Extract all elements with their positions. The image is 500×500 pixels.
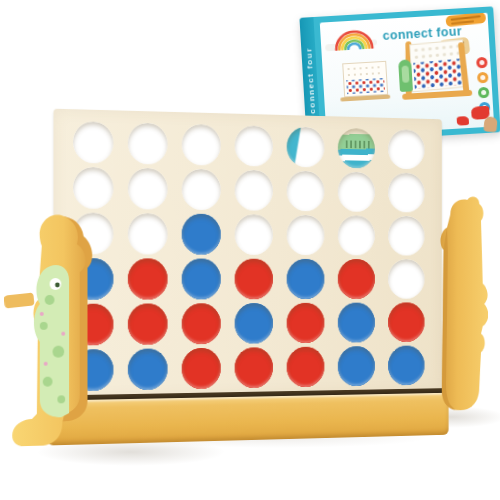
cell-r3c5 bbox=[279, 213, 330, 257]
cell-r1c7 bbox=[381, 127, 431, 171]
blue-disc-glyph: ● bbox=[234, 303, 272, 344]
empty-hole bbox=[72, 167, 113, 209]
empty-hole bbox=[337, 128, 374, 169]
empty-hole bbox=[337, 172, 374, 212]
box-feature-icon-2 bbox=[477, 72, 489, 84]
cell-r6c7: ● bbox=[381, 344, 431, 388]
empty-hole bbox=[388, 216, 425, 256]
box-art-discs bbox=[413, 59, 462, 89]
board-grid: ●●●●●●●●●●●●●●●●●●●●● bbox=[65, 119, 430, 393]
blue-disc: ● bbox=[337, 303, 374, 343]
cell-r4c2: ● bbox=[120, 256, 174, 301]
empty-hole bbox=[181, 169, 220, 210]
red-disc-glyph: ● bbox=[286, 347, 324, 388]
red-disc: ● bbox=[127, 303, 167, 344]
red-disc: ● bbox=[234, 259, 272, 300]
empty-hole bbox=[127, 213, 167, 254]
cell-r1c6 bbox=[331, 126, 381, 171]
blue-disc-glyph: ● bbox=[127, 348, 167, 390]
cell-r6c6: ● bbox=[331, 344, 381, 388]
empty-hole bbox=[286, 215, 324, 255]
blue-disc-glyph: ● bbox=[286, 259, 324, 299]
red-disc: ● bbox=[388, 302, 425, 342]
game-assembly: ●●●●●●●●●●●●●●●●●●●●● bbox=[28, 100, 467, 472]
box-badge bbox=[445, 13, 486, 27]
cell-r3c3: ● bbox=[174, 212, 227, 257]
blue-disc: ● bbox=[337, 346, 374, 386]
tan-shape-icon bbox=[483, 116, 497, 132]
blue-disc-glyph: ● bbox=[337, 346, 374, 386]
blue-disc: ● bbox=[127, 348, 167, 390]
red-disc: ● bbox=[286, 347, 324, 388]
cell-r2c2 bbox=[120, 166, 174, 212]
blue-disc: ● bbox=[234, 303, 272, 344]
box-feature-icon-1 bbox=[476, 57, 488, 69]
box-icon-list bbox=[476, 57, 490, 114]
cell-r4c7 bbox=[381, 257, 431, 300]
blue-disc-glyph: ● bbox=[388, 345, 425, 385]
empty-hole bbox=[234, 214, 272, 255]
empty-hole bbox=[234, 170, 272, 211]
empty-hole bbox=[388, 129, 425, 169]
empty-hole bbox=[337, 215, 374, 255]
cell-r4c5: ● bbox=[279, 257, 330, 301]
cell-r5c3: ● bbox=[174, 301, 227, 346]
support-shape bbox=[440, 196, 487, 410]
red-disc-glyph: ● bbox=[181, 348, 220, 389]
cell-r3c6 bbox=[331, 213, 381, 257]
box-art-main-game bbox=[397, 36, 475, 104]
red-disc-glyph: ● bbox=[127, 303, 167, 344]
box-art-dino-icon bbox=[398, 59, 413, 92]
cell-r2c3 bbox=[174, 167, 227, 213]
empty-hole bbox=[234, 125, 272, 166]
red-disc-glyph: ● bbox=[388, 302, 425, 342]
blue-disc: ● bbox=[286, 259, 324, 299]
blue-disc-glyph: ● bbox=[337, 303, 374, 343]
empty-hole bbox=[388, 259, 425, 299]
red-disc-glyph: ● bbox=[234, 347, 272, 388]
cell-r5c2: ● bbox=[120, 301, 174, 347]
cell-r2c4 bbox=[227, 168, 279, 213]
cell-r1c2 bbox=[120, 120, 174, 166]
cell-r5c4: ● bbox=[227, 301, 279, 346]
cell-r6c4: ● bbox=[227, 345, 279, 390]
game-board: ●●●●●●●●●●●●●●●●●●●●● bbox=[54, 109, 442, 400]
empty-hole bbox=[286, 127, 324, 168]
red-disc: ● bbox=[127, 258, 167, 299]
cell-r5c6: ● bbox=[331, 301, 381, 345]
right-support bbox=[433, 194, 488, 423]
red-disc-glyph: ● bbox=[127, 258, 167, 299]
cell-r4c4: ● bbox=[227, 257, 279, 302]
base-rail bbox=[48, 393, 449, 446]
cell-r1c1 bbox=[65, 119, 120, 166]
blue-disc: ● bbox=[181, 259, 220, 300]
cell-r3c2 bbox=[120, 211, 174, 257]
red-disc-glyph: ● bbox=[234, 259, 272, 300]
cell-r4c3: ● bbox=[174, 257, 227, 302]
box-art-sketch-rack bbox=[342, 61, 388, 98]
red-disc-glyph: ● bbox=[181, 303, 220, 344]
box-art-sketch-game bbox=[338, 59, 390, 104]
empty-hole bbox=[181, 124, 220, 166]
empty-hole bbox=[286, 171, 324, 212]
cell-r6c5: ● bbox=[279, 345, 330, 390]
dino-pupil bbox=[55, 283, 60, 288]
box-art-rack bbox=[409, 39, 466, 92]
red-disc: ● bbox=[286, 303, 324, 343]
cell-r6c3: ● bbox=[174, 346, 227, 392]
box-art-sketch-discs bbox=[346, 78, 385, 94]
blue-disc-glyph: ● bbox=[181, 214, 220, 255]
cell-r1c4 bbox=[227, 123, 279, 168]
red-disc: ● bbox=[234, 347, 272, 388]
left-support bbox=[4, 204, 102, 455]
cell-r3c4 bbox=[227, 212, 279, 257]
red-disc-glyph: ● bbox=[337, 259, 374, 299]
empty-hole bbox=[72, 121, 113, 163]
box-feature-icon-3 bbox=[478, 87, 490, 99]
cell-r3c7 bbox=[381, 214, 431, 258]
empty-hole bbox=[388, 172, 425, 212]
empty-hole bbox=[127, 123, 167, 165]
cell-r5c7: ● bbox=[381, 300, 431, 344]
red-disc: ● bbox=[181, 348, 220, 389]
cell-r2c7 bbox=[381, 170, 431, 214]
cell-r6c2: ● bbox=[120, 346, 174, 392]
cell-r4c6: ● bbox=[331, 257, 381, 301]
cell-r5c5: ● bbox=[279, 301, 330, 345]
blue-disc: ● bbox=[181, 214, 220, 255]
box-spine-text: connect four bbox=[304, 47, 317, 114]
blue-disc: ● bbox=[388, 345, 425, 385]
rainbow-icon bbox=[330, 26, 377, 51]
cell-r2c5 bbox=[279, 169, 330, 214]
cell-r1c5 bbox=[279, 124, 330, 169]
empty-hole bbox=[127, 168, 167, 210]
red-disc: ● bbox=[337, 259, 374, 299]
blue-disc-glyph: ● bbox=[181, 259, 220, 300]
cell-r2c6 bbox=[331, 170, 381, 214]
rear-foot bbox=[4, 292, 34, 308]
cell-r1c3 bbox=[174, 122, 227, 168]
product-photo: connect four connect four bbox=[0, 0, 500, 500]
red-disc-glyph: ● bbox=[286, 303, 324, 343]
red-disc: ● bbox=[181, 303, 220, 344]
